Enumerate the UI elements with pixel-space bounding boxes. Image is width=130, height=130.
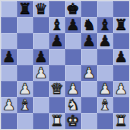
square-c4[interactable]: ♟ (33, 65, 49, 81)
black-bishop-g7[interactable]: ♝ (98, 17, 111, 33)
square-h7[interactable]: ♜ (113, 17, 129, 33)
black-king-e8[interactable]: ♚ (66, 1, 79, 17)
square-h8[interactable] (113, 1, 129, 17)
square-a5[interactable]: ♟ (1, 49, 17, 65)
square-b6[interactable] (17, 33, 33, 49)
square-c5[interactable]: ♟ (33, 49, 49, 65)
black-pawn-d6[interactable]: ♟ (50, 33, 63, 49)
black-pawn-f6[interactable]: ♟ (82, 33, 95, 49)
square-a4[interactable] (1, 65, 17, 81)
black-knight-f7[interactable]: ♞ (82, 17, 95, 33)
square-e4[interactable] (65, 65, 81, 81)
square-f2[interactable] (81, 97, 97, 113)
square-f8[interactable] (81, 1, 97, 17)
square-a6[interactable] (1, 33, 17, 49)
square-f5[interactable] (81, 49, 97, 65)
white-knight-e2[interactable]: ♞ (66, 97, 79, 113)
square-a1[interactable] (1, 113, 17, 129)
white-pawn-f4[interactable]: ♟ (82, 65, 95, 81)
black-pawn-e7[interactable]: ♟ (66, 17, 79, 33)
square-f3[interactable] (81, 81, 97, 97)
black-pawn-g6[interactable]: ♟ (98, 33, 111, 49)
white-pawn-c4[interactable]: ♟ (34, 65, 47, 81)
square-e1[interactable]: ♚ (65, 113, 81, 129)
square-g7[interactable]: ♝ (97, 17, 113, 33)
square-d8[interactable] (49, 1, 65, 17)
square-b3[interactable]: ♟ (17, 81, 33, 97)
square-f7[interactable]: ♞ (81, 17, 97, 33)
square-a7[interactable] (1, 17, 17, 33)
square-e8[interactable]: ♚ (65, 1, 81, 17)
square-g4[interactable] (97, 65, 113, 81)
white-pawn-e3[interactable]: ♟ (66, 81, 79, 97)
square-h1[interactable]: ♜ (113, 113, 129, 129)
square-b1[interactable] (17, 113, 33, 129)
square-c6[interactable] (33, 33, 49, 49)
square-g8[interactable] (97, 1, 113, 17)
black-rook-b8[interactable]: ♜ (18, 1, 31, 17)
square-c1[interactable] (33, 113, 49, 129)
black-queen-c8[interactable]: ♛ (34, 1, 47, 17)
square-e7[interactable]: ♟ (65, 17, 81, 33)
square-e5[interactable] (65, 49, 81, 65)
white-rook-d1[interactable]: ♜ (50, 113, 63, 129)
chess-board-frame: ♜♛♚♝♟♞♝♜♟♟♟♟♟♟♟♟♟♛♟♟♟♟♝♞♝♜♚♜ (0, 0, 130, 130)
square-f6[interactable]: ♟ (81, 33, 97, 49)
square-h2[interactable] (113, 97, 129, 113)
square-d5[interactable] (49, 49, 65, 65)
white-pawn-h3[interactable]: ♟ (114, 81, 127, 97)
square-c7[interactable] (33, 17, 49, 33)
square-d1[interactable]: ♜ (49, 113, 65, 129)
black-pawn-h5[interactable]: ♟ (114, 49, 127, 65)
square-a3[interactable] (1, 81, 17, 97)
square-h5[interactable]: ♟ (113, 49, 129, 65)
square-a2[interactable]: ♟ (1, 97, 17, 113)
square-e6[interactable] (65, 33, 81, 49)
square-g3[interactable]: ♟ (97, 81, 113, 97)
square-c8[interactable]: ♛ (33, 1, 49, 17)
square-b4[interactable] (17, 65, 33, 81)
square-d2[interactable] (49, 97, 65, 113)
white-pawn-b3[interactable]: ♟ (18, 81, 31, 97)
square-e2[interactable]: ♞ (65, 97, 81, 113)
square-h4[interactable] (113, 65, 129, 81)
square-h3[interactable]: ♟ (113, 81, 129, 97)
white-king-e1[interactable]: ♚ (66, 113, 79, 129)
square-f4[interactable]: ♟ (81, 65, 97, 81)
square-d4[interactable] (49, 65, 65, 81)
square-f1[interactable] (81, 113, 97, 129)
chess-board: ♜♛♚♝♟♞♝♜♟♟♟♟♟♟♟♟♟♛♟♟♟♟♝♞♝♜♚♜ (1, 1, 129, 129)
square-d3[interactable]: ♛ (49, 81, 65, 97)
black-rook-h7[interactable]: ♜ (114, 17, 127, 33)
white-bishop-b2[interactable]: ♝ (18, 97, 31, 113)
square-b2[interactable]: ♝ (17, 97, 33, 113)
square-b7[interactable] (17, 17, 33, 33)
square-b8[interactable]: ♜ (17, 1, 33, 17)
black-pawn-c5[interactable]: ♟ (34, 49, 47, 65)
square-b5[interactable] (17, 49, 33, 65)
square-g1[interactable] (97, 113, 113, 129)
square-g2[interactable]: ♝ (97, 97, 113, 113)
black-bishop-d7[interactable]: ♝ (50, 17, 63, 33)
square-g5[interactable] (97, 49, 113, 65)
white-pawn-a2[interactable]: ♟ (2, 97, 15, 113)
black-pawn-a5[interactable]: ♟ (2, 49, 15, 65)
square-a8[interactable] (1, 1, 17, 17)
white-queen-d3[interactable]: ♛ (50, 81, 63, 97)
square-g6[interactable]: ♟ (97, 33, 113, 49)
square-h6[interactable] (113, 33, 129, 49)
white-bishop-g2[interactable]: ♝ (98, 97, 111, 113)
square-d7[interactable]: ♝ (49, 17, 65, 33)
white-pawn-g3[interactable]: ♟ (98, 81, 111, 97)
square-c2[interactable] (33, 97, 49, 113)
square-c3[interactable] (33, 81, 49, 97)
square-d6[interactable]: ♟ (49, 33, 65, 49)
white-rook-h1[interactable]: ♜ (114, 113, 127, 129)
square-e3[interactable]: ♟ (65, 81, 81, 97)
